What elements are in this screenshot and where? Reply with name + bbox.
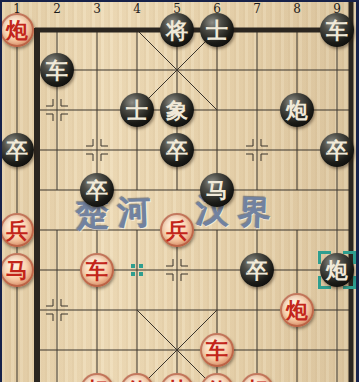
black-horse[interactable]: 马 (200, 173, 234, 207)
red-advisor[interactable]: 仕 (120, 373, 154, 382)
pieces-layer: 炮将士车车士象炮卒卒卒卒马兵兵马车卒炮炮车相仕帅仕相 (0, 0, 359, 382)
red-pawn[interactable]: 兵 (0, 213, 34, 247)
red-king[interactable]: 帅 (160, 373, 194, 382)
red-chariot[interactable]: 车 (200, 333, 234, 367)
window-border-left (0, 0, 2, 382)
red-pawn[interactable]: 兵 (160, 213, 194, 247)
red-elephant[interactable]: 相 (240, 373, 274, 382)
black-soldier[interactable]: 卒 (160, 133, 194, 167)
black-advisor[interactable]: 士 (120, 93, 154, 127)
black-soldier[interactable]: 卒 (0, 133, 34, 167)
red-advisor[interactable]: 仕 (200, 373, 234, 382)
window-border-top (0, 0, 359, 2)
black-elephant[interactable]: 象 (160, 93, 194, 127)
red-chariot[interactable]: 车 (80, 253, 114, 287)
black-advisor[interactable]: 士 (200, 13, 234, 47)
red-elephant[interactable]: 相 (80, 373, 114, 382)
black-soldier[interactable]: 卒 (80, 173, 114, 207)
black-general[interactable]: 将 (160, 13, 194, 47)
red-cannon[interactable]: 炮 (280, 293, 314, 327)
black-cannon[interactable]: 炮 (280, 93, 314, 127)
black-chariot[interactable]: 车 (40, 53, 74, 87)
red-cannon[interactable]: 炮 (0, 13, 34, 47)
black-cannon[interactable]: 炮 (320, 253, 354, 287)
black-soldier[interactable]: 卒 (320, 133, 354, 167)
black-soldier[interactable]: 卒 (240, 253, 274, 287)
xiangqi-board-window: 123456789 楚河 汉界 炮将士车车士象炮卒卒卒卒马兵兵马车卒炮炮车相仕帅… (0, 0, 359, 382)
black-chariot[interactable]: 车 (320, 13, 354, 47)
red-horse[interactable]: 马 (0, 253, 34, 287)
